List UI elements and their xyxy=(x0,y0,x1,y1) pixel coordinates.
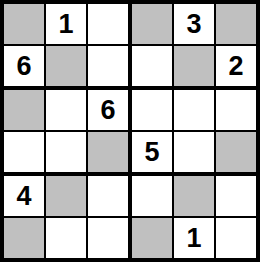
cell-r1c2: 1 xyxy=(46,4,88,46)
cell-r5c4[interactable] xyxy=(132,176,174,218)
cell-r2c3[interactable] xyxy=(88,46,132,90)
cell-r6c1[interactable] xyxy=(4,218,46,258)
cell-r4c2[interactable] xyxy=(46,132,88,176)
cell-r6c4[interactable] xyxy=(132,218,174,258)
cell-r5c3[interactable] xyxy=(88,176,132,218)
cell-r6c5: 1 xyxy=(174,218,216,258)
cell-r4c6[interactable] xyxy=(216,132,256,176)
cell-r2c4[interactable] xyxy=(132,46,174,90)
cell-r5c5[interactable] xyxy=(174,176,216,218)
cell-r2c6: 2 xyxy=(216,46,256,90)
cell-r3c5[interactable] xyxy=(174,90,216,132)
cell-r3c2[interactable] xyxy=(46,90,88,132)
cell-r4c3[interactable] xyxy=(88,132,132,176)
cell-r3c6[interactable] xyxy=(216,90,256,132)
cell-r3c4[interactable] xyxy=(132,90,174,132)
cell-r1c5: 3 xyxy=(174,4,216,46)
cell-r3c1[interactable] xyxy=(4,90,46,132)
cell-r4c5[interactable] xyxy=(174,132,216,176)
cell-r2c5[interactable] xyxy=(174,46,216,90)
cell-r5c2[interactable] xyxy=(46,176,88,218)
cell-r5c6[interactable] xyxy=(216,176,256,218)
cell-r6c2[interactable] xyxy=(46,218,88,258)
cell-r1c3[interactable] xyxy=(88,4,132,46)
cell-r1c6[interactable] xyxy=(216,4,256,46)
cell-r2c2[interactable] xyxy=(46,46,88,90)
sudoku-page: 13626541 xyxy=(0,0,263,262)
sudoku-board: 13626541 xyxy=(0,0,260,262)
cell-r4c1[interactable] xyxy=(4,132,46,176)
cell-r1c4[interactable] xyxy=(132,4,174,46)
cell-r5c1: 4 xyxy=(4,176,46,218)
cell-r4c4: 5 xyxy=(132,132,174,176)
cell-r6c6[interactable] xyxy=(216,218,256,258)
cell-r6c3[interactable] xyxy=(88,218,132,258)
cell-r1c1[interactable] xyxy=(4,4,46,46)
cell-r2c1: 6 xyxy=(4,46,46,90)
cell-r3c3: 6 xyxy=(88,90,132,132)
